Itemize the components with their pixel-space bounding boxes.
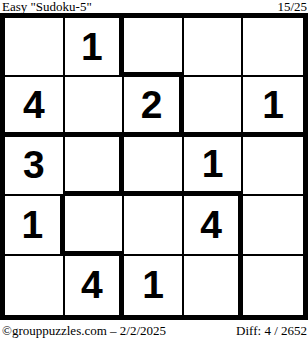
page-title: Easy "Sudoku-5" [2,0,92,13]
cell-r5c4[interactable] [184,256,244,315]
cell-r4c1: 1 [5,196,65,255]
footer: ©grouppuzzles.com – 2/2/2025 Diff: 4 / 2… [2,323,307,339]
board: 1421311441 [0,13,308,320]
copyright-text: ©grouppuzzles.com – 2/2/2025 [2,323,166,339]
cell-r2c4[interactable] [184,77,244,136]
cell-r4c5[interactable] [243,196,303,255]
cell-r5c2: 4 [65,256,125,315]
cell-r5c1[interactable] [5,256,65,315]
cell-r4c4: 4 [184,196,244,255]
cell-r2c1: 4 [5,77,65,136]
cell-r1c5[interactable] [243,18,303,77]
cell-r1c3[interactable] [124,18,184,77]
puzzle-counter: 15/25 [277,0,307,13]
difficulty-text: Diff: 4 / 2652 [236,323,307,339]
cell-r3c5[interactable] [243,137,303,196]
cell-r1c1[interactable] [5,18,65,77]
header: Easy "Sudoku-5" 15/25 [2,0,307,13]
cell-r3c2[interactable] [65,137,125,196]
cell-r2c3: 2 [124,77,184,136]
cell-r5c5[interactable] [243,256,303,315]
cell-r2c5: 1 [243,77,303,136]
cell-r1c4[interactable] [184,18,244,77]
cell-r3c1: 3 [5,137,65,196]
cell-r1c2: 1 [65,18,125,77]
cell-r5c3: 1 [124,256,184,315]
cell-r4c2[interactable] [65,196,125,255]
cell-r3c3[interactable] [124,137,184,196]
cell-r2c2[interactable] [65,77,125,136]
cell-r4c3[interactable] [124,196,184,255]
cell-r3c4: 1 [184,137,244,196]
